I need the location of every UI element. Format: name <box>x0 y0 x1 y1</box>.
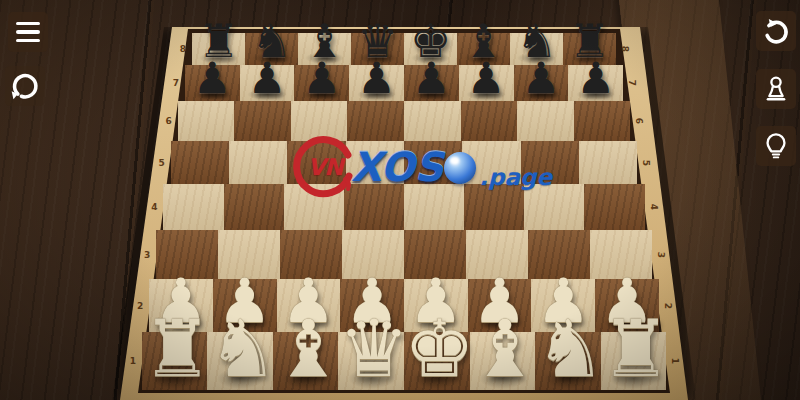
watermark-suffix: .page <box>479 164 552 200</box>
square-b4[interactable] <box>224 184 284 230</box>
square-h1[interactable]: ♜ <box>601 332 667 390</box>
rank-label-right-5: 5 <box>641 157 651 169</box>
square-e1[interactable]: ♚ <box>404 332 470 390</box>
rank-label-right-7: 7 <box>627 77 637 89</box>
rotate-board-button[interactable] <box>5 66 45 106</box>
chess-board: ♜♞♝♛♚♝♞♜88♟♟♟♟♟♟♟♟7766554433♟♟♟♟♟♟♟♟22♜♞… <box>116 27 692 400</box>
square-a6[interactable] <box>178 101 235 141</box>
watermark-word: XOSO <box>351 144 476 190</box>
piece-white-pawn: ♟ <box>213 270 277 331</box>
square-b3[interactable] <box>218 230 280 279</box>
square-a3[interactable] <box>156 230 218 279</box>
lightbulb-icon <box>760 130 792 162</box>
rank-label-right-8: 8 <box>620 43 630 55</box>
square-h6[interactable] <box>574 101 631 141</box>
square-c3[interactable] <box>280 230 342 279</box>
piece-white-pawn: ♟ <box>531 270 595 331</box>
hint-button[interactable] <box>756 126 796 166</box>
square-h5[interactable] <box>579 141 637 184</box>
square-a2[interactable]: ♟ <box>149 279 213 332</box>
player-pieces-button[interactable] <box>756 69 796 109</box>
rank-row-8: ♜♞♝♛♚♝♞♜ <box>192 33 616 65</box>
square-b8[interactable]: ♞ <box>245 33 298 65</box>
square-f1[interactable]: ♝ <box>470 332 536 390</box>
rank-row-7: ♟♟♟♟♟♟♟♟ <box>185 65 623 101</box>
square-e7[interactable]: ♟ <box>404 65 459 101</box>
undo-arrow-icon <box>760 15 792 47</box>
board-grid: ♜♞♝♛♚♝♞♜88♟♟♟♟♟♟♟♟7766554433♟♟♟♟♟♟♟♟22♜♞… <box>116 27 692 400</box>
square-f3[interactable] <box>466 230 528 279</box>
rank-row-3 <box>156 230 652 279</box>
square-d1[interactable]: ♛ <box>338 332 404 390</box>
square-f8[interactable]: ♝ <box>457 33 510 65</box>
square-d8[interactable]: ♛ <box>351 33 404 65</box>
square-g1[interactable]: ♞ <box>535 332 601 390</box>
rank-label-right-2: 2 <box>663 300 673 312</box>
watermark-xos-text: XOS <box>351 144 443 190</box>
rank-label-right-6: 6 <box>634 115 644 127</box>
square-b5[interactable] <box>229 141 287 184</box>
piece-white-pawn: ♟ <box>340 270 404 331</box>
square-a7[interactable]: ♟ <box>185 65 240 101</box>
watermark-logo: VN XOSO .page <box>293 134 552 200</box>
watermark-vn-text: VN <box>293 135 357 199</box>
square-b1[interactable]: ♞ <box>207 332 273 390</box>
piece-white-pawn: ♟ <box>595 270 659 331</box>
rank-label-right-4: 4 <box>649 201 659 213</box>
square-a8[interactable]: ♜ <box>192 33 245 65</box>
rank-label-left-7: 7 <box>170 78 182 88</box>
square-h3[interactable] <box>590 230 652 279</box>
menu-button[interactable] <box>8 12 48 52</box>
hamburger-icon <box>16 22 40 43</box>
square-b7[interactable]: ♟ <box>240 65 295 101</box>
square-h4[interactable] <box>584 184 644 230</box>
undo-button[interactable] <box>756 11 796 51</box>
square-c8[interactable]: ♝ <box>298 33 351 65</box>
square-c2[interactable]: ♟ <box>277 279 341 332</box>
chess-app-screen: ♜♞♝♛♚♝♞♜88♟♟♟♟♟♟♟♟7766554433♟♟♟♟♟♟♟♟22♜♞… <box>0 0 800 400</box>
rank-label-left-6: 6 <box>163 116 175 126</box>
square-b6[interactable] <box>234 101 291 141</box>
square-h8[interactable]: ♜ <box>563 33 616 65</box>
rank-label-left-4: 4 <box>148 202 160 212</box>
square-g8[interactable]: ♞ <box>510 33 563 65</box>
rank-label-left-8: 8 <box>177 44 189 54</box>
watermark-ball-o: O <box>444 152 476 184</box>
square-e2[interactable]: ♟ <box>404 279 468 332</box>
blue-sphere-icon <box>444 152 476 184</box>
square-g7[interactable]: ♟ <box>514 65 569 101</box>
pawn-icon <box>760 73 792 105</box>
square-e3[interactable] <box>404 230 466 279</box>
rank-label-right-1: 1 <box>670 355 680 367</box>
square-a5[interactable] <box>171 141 229 184</box>
piece-white-pawn: ♟ <box>404 270 468 331</box>
square-g3[interactable] <box>528 230 590 279</box>
square-d7[interactable]: ♟ <box>349 65 404 101</box>
piece-white-pawn: ♟ <box>468 270 532 331</box>
square-h2[interactable]: ♟ <box>595 279 659 332</box>
piece-white-pawn: ♟ <box>277 270 341 331</box>
watermark-red-circle: VN <box>293 135 357 199</box>
rotate-icon <box>9 70 41 102</box>
piece-white-pawn: ♟ <box>149 270 213 331</box>
square-a4[interactable] <box>163 184 223 230</box>
square-h7[interactable]: ♟ <box>568 65 623 101</box>
rank-label-left-1: 1 <box>127 356 139 366</box>
square-d3[interactable] <box>342 230 404 279</box>
square-d2[interactable]: ♟ <box>340 279 404 332</box>
square-g2[interactable]: ♟ <box>531 279 595 332</box>
rank-label-left-3: 3 <box>141 250 153 260</box>
square-e8[interactable]: ♚ <box>404 33 457 65</box>
rank-label-right-3: 3 <box>656 249 666 261</box>
rank-label-left-5: 5 <box>156 158 168 168</box>
square-f2[interactable]: ♟ <box>468 279 532 332</box>
square-c1[interactable]: ♝ <box>273 332 339 390</box>
square-b2[interactable]: ♟ <box>213 279 277 332</box>
rank-label-left-2: 2 <box>134 301 146 311</box>
square-c7[interactable]: ♟ <box>294 65 349 101</box>
rank-row-2: ♟♟♟♟♟♟♟♟ <box>149 279 659 332</box>
square-f7[interactable]: ♟ <box>459 65 514 101</box>
square-a1[interactable]: ♜ <box>142 332 208 390</box>
rank-row-1: ♜♞♝♛♚♝♞♜ <box>142 332 666 390</box>
